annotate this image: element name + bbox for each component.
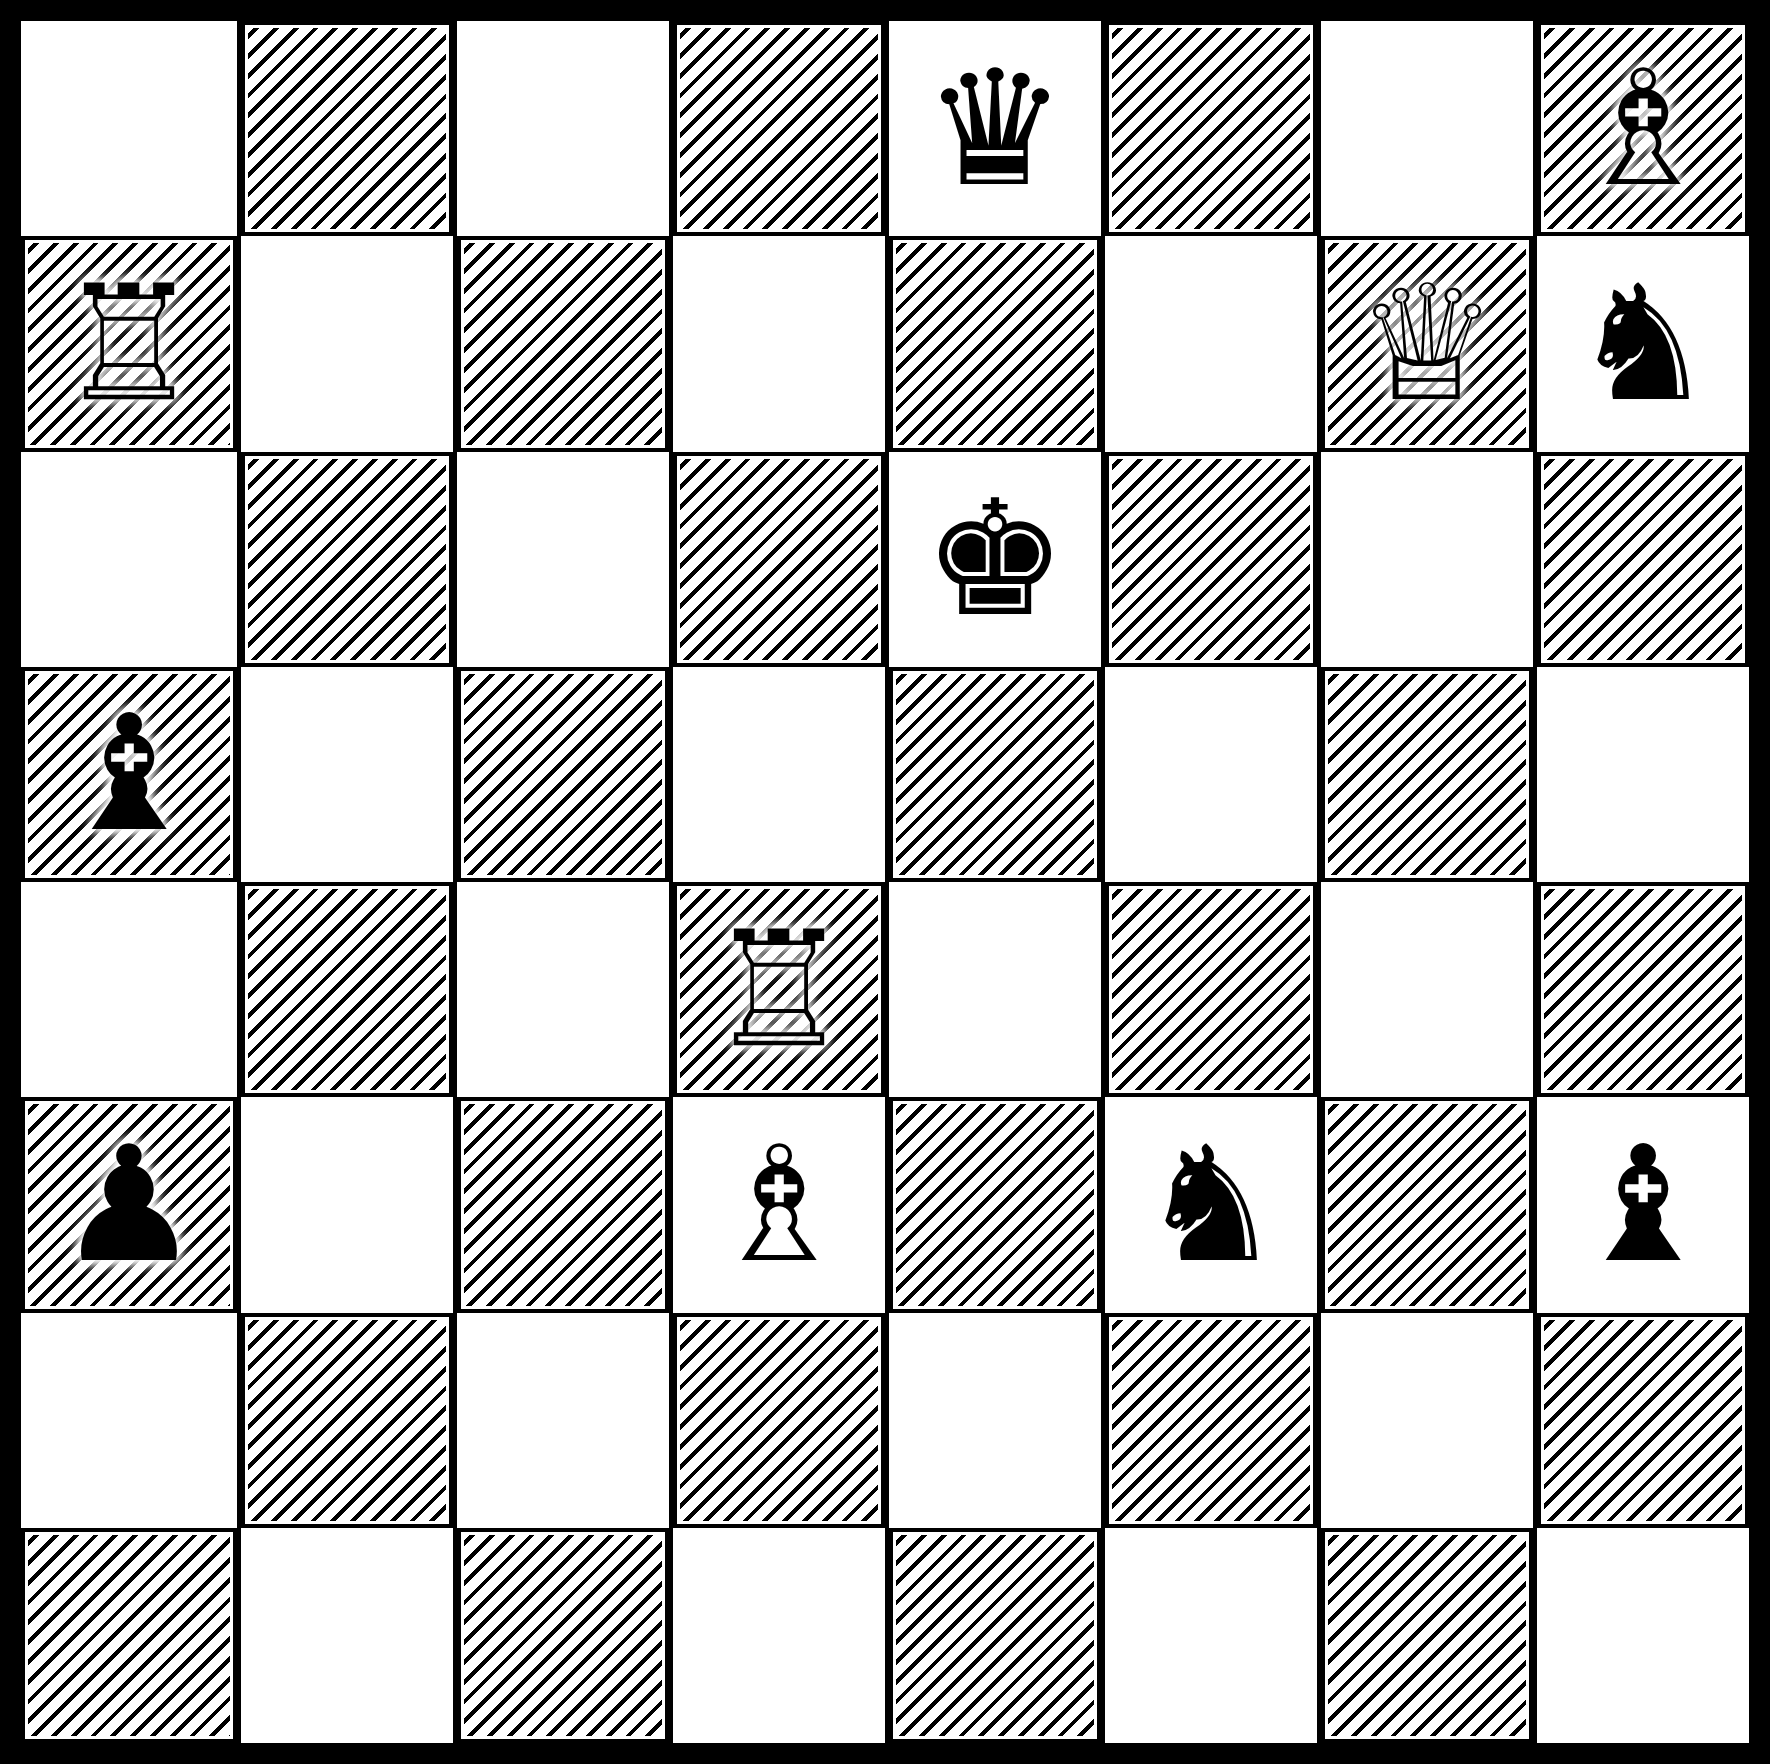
piece-black-knight-h7[interactable]: ♞ <box>1571 264 1714 424</box>
piece-white-rook-a7[interactable]: ♖ <box>57 264 200 424</box>
square-g2[interactable] <box>1317 1313 1533 1528</box>
square-e3[interactable] <box>885 1097 1101 1312</box>
square-a8[interactable] <box>21 21 237 236</box>
square-e2[interactable] <box>885 1313 1101 1528</box>
square-a3[interactable]: ♟ <box>21 1097 237 1312</box>
square-f4[interactable] <box>1101 882 1317 1097</box>
square-f1[interactable] <box>1101 1528 1317 1743</box>
square-g4[interactable] <box>1317 882 1533 1097</box>
square-d1[interactable] <box>669 1528 885 1743</box>
square-e5[interactable] <box>885 667 1101 882</box>
square-h3[interactable]: ♝ <box>1533 1097 1749 1312</box>
square-b4[interactable] <box>237 882 453 1097</box>
square-f6[interactable] <box>1101 452 1317 667</box>
square-d4[interactable]: ♖ <box>669 882 885 1097</box>
piece-black-pawn-a3[interactable]: ♟ <box>57 1125 200 1285</box>
square-a6[interactable] <box>21 452 237 667</box>
square-e1[interactable] <box>885 1528 1101 1743</box>
square-b6[interactable] <box>237 452 453 667</box>
square-d8[interactable] <box>669 21 885 236</box>
square-c7[interactable] <box>453 236 669 451</box>
square-h5[interactable] <box>1533 667 1749 882</box>
square-g1[interactable] <box>1317 1528 1533 1743</box>
piece-black-king-e6[interactable]: ♚ <box>923 479 1066 639</box>
square-h7[interactable]: ♞ <box>1533 236 1749 451</box>
square-g3[interactable] <box>1317 1097 1533 1312</box>
square-e4[interactable] <box>885 882 1101 1097</box>
square-e7[interactable] <box>885 236 1101 451</box>
piece-white-queen-g7[interactable]: ♕ <box>1355 264 1498 424</box>
square-d3[interactable]: ♗ <box>669 1097 885 1312</box>
chess-board: ♛♗♖♕♞♚♝♖♟♗♞♝ <box>21 21 1749 1743</box>
square-h8[interactable]: ♗ <box>1533 21 1749 236</box>
square-c5[interactable] <box>453 667 669 882</box>
piece-black-bishop-h3[interactable]: ♝ <box>1571 1125 1714 1285</box>
square-b7[interactable] <box>237 236 453 451</box>
square-a7[interactable]: ♖ <box>21 236 237 451</box>
square-e6[interactable]: ♚ <box>885 452 1101 667</box>
square-f5[interactable] <box>1101 667 1317 882</box>
square-c4[interactable] <box>453 882 669 1097</box>
square-b3[interactable] <box>237 1097 453 1312</box>
square-b1[interactable] <box>237 1528 453 1743</box>
square-h6[interactable] <box>1533 452 1749 667</box>
square-e8[interactable]: ♛ <box>885 21 1101 236</box>
square-g8[interactable] <box>1317 21 1533 236</box>
square-c2[interactable] <box>453 1313 669 1528</box>
square-b8[interactable] <box>237 21 453 236</box>
piece-white-bishop-h8[interactable]: ♗ <box>1571 49 1714 209</box>
square-g6[interactable] <box>1317 452 1533 667</box>
square-g7[interactable]: ♕ <box>1317 236 1533 451</box>
square-h4[interactable] <box>1533 882 1749 1097</box>
square-c1[interactable] <box>453 1528 669 1743</box>
square-c8[interactable] <box>453 21 669 236</box>
square-a4[interactable] <box>21 882 237 1097</box>
square-b5[interactable] <box>237 667 453 882</box>
square-f2[interactable] <box>1101 1313 1317 1528</box>
piece-black-knight-f3[interactable]: ♞ <box>1139 1125 1282 1285</box>
square-a5[interactable]: ♝ <box>21 667 237 882</box>
piece-white-rook-d4[interactable]: ♖ <box>707 910 850 1070</box>
square-d2[interactable] <box>669 1313 885 1528</box>
square-a1[interactable] <box>21 1528 237 1743</box>
square-h1[interactable] <box>1533 1528 1749 1743</box>
piece-white-bishop-d3[interactable]: ♗ <box>707 1125 850 1285</box>
square-c6[interactable] <box>453 452 669 667</box>
piece-black-bishop-a5[interactable]: ♝ <box>57 694 200 854</box>
square-f7[interactable] <box>1101 236 1317 451</box>
square-d6[interactable] <box>669 452 885 667</box>
piece-black-queen-e8[interactable]: ♛ <box>923 49 1066 209</box>
square-b2[interactable] <box>237 1313 453 1528</box>
square-d5[interactable] <box>669 667 885 882</box>
chess-board-frame: ♛♗♖♕♞♚♝♖♟♗♞♝ <box>0 0 1770 1764</box>
square-d7[interactable] <box>669 236 885 451</box>
square-f8[interactable] <box>1101 21 1317 236</box>
square-a2[interactable] <box>21 1313 237 1528</box>
square-c3[interactable] <box>453 1097 669 1312</box>
square-g5[interactable] <box>1317 667 1533 882</box>
square-f3[interactable]: ♞ <box>1101 1097 1317 1312</box>
square-h2[interactable] <box>1533 1313 1749 1528</box>
